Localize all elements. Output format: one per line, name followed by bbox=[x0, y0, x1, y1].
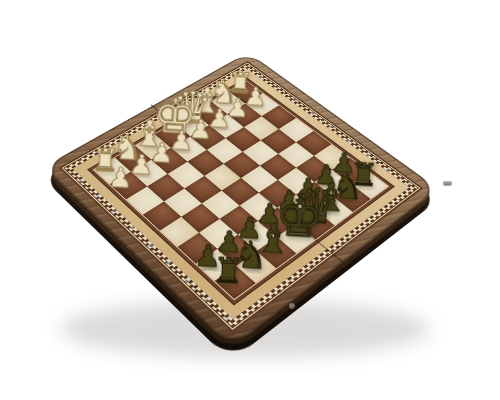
black-rook[interactable]: ♜ bbox=[212, 253, 243, 289]
burl-maple-border: ♜♟♟♜♞♟♟♞♝♟♟♝♛♟♟♛♚♟♟♚♝♟♟♝♞♟♟♞♜♟♟♜ bbox=[73, 69, 409, 319]
mosaic-inlay-border: ♜♟♟♜♞♟♟♞♝♟♟♝♛♟♟♛♚♟♟♚♝♟♟♝♞♟♟♞♜♟♟♜ bbox=[62, 63, 421, 330]
hinge-pin bbox=[443, 181, 452, 185]
white-pawn[interactable]: ♟ bbox=[106, 163, 134, 192]
board-frame: ♜♟♟♜♞♟♟♞♝♟♟♝♛♟♟♛♚♟♟♚♝♟♟♝♞♟♟♞♜♟♟♜ bbox=[43, 52, 438, 348]
square-h5[interactable] bbox=[160, 217, 199, 247]
chess-set-photo: ♜♟♟♜♞♟♟♞♝♟♟♝♛♟♟♛♚♟♟♚♝♟♟♝♞♟♟♞♜♟♟♜ bbox=[0, 0, 500, 400]
chess-board: ♜♟♟♜♞♟♟♞♝♟♟♝♛♟♟♛♚♟♟♚♝♟♟♝♞♟♟♞♜♟♟♜ bbox=[43, 52, 438, 348]
corner-knob bbox=[289, 303, 295, 309]
square-b5[interactable] bbox=[278, 142, 314, 167]
square-a5[interactable] bbox=[296, 131, 331, 156]
playfield-border: ♜♟♟♜♞♟♟♞♝♟♟♝♛♟♟♛♚♟♟♚♝♟♟♝♞♟♟♞♜♟♟♜ bbox=[87, 77, 395, 305]
